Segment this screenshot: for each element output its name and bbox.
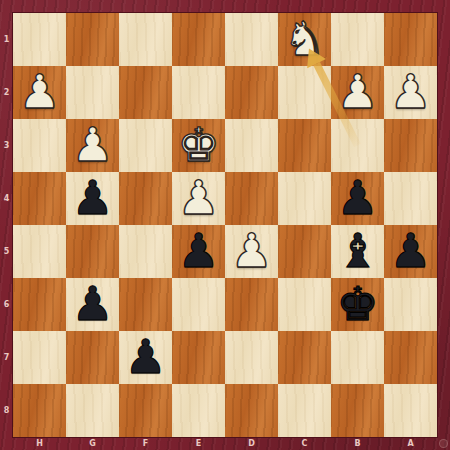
square-c1[interactable]: ♞ [278, 13, 331, 66]
file-label-b: B [331, 437, 384, 450]
square-a3[interactable] [384, 119, 437, 172]
piece-black-pawn-g6[interactable]: ♟ [66, 277, 119, 330]
square-g8[interactable] [66, 384, 119, 437]
square-g4[interactable]: ♟ [66, 172, 119, 225]
piece-black-pawn-f7[interactable]: ♟ [119, 330, 172, 383]
square-b3[interactable] [331, 119, 384, 172]
square-h2[interactable]: ♟ [13, 66, 66, 119]
square-b5[interactable]: ♝ [331, 225, 384, 278]
square-c5[interactable] [278, 225, 331, 278]
piece-white-pawn-e4[interactable]: ♟ [172, 171, 225, 224]
piece-black-pawn-a5[interactable]: ♟ [384, 224, 437, 277]
file-label-c: C [278, 437, 331, 450]
square-e8[interactable] [172, 384, 225, 437]
rank-label-2: 2 [0, 66, 13, 119]
square-h1[interactable] [13, 13, 66, 66]
square-e6[interactable] [172, 278, 225, 331]
chess-board-frame: ♞♟♟♟♟♚♟♟♟♟♟♝♟♟♚♟ 12345678HGFEDCBA [0, 0, 450, 450]
square-b2[interactable]: ♟ [331, 66, 384, 119]
piece-white-pawn-d5[interactable]: ♟ [225, 224, 278, 277]
file-label-d: D [225, 437, 278, 450]
square-g1[interactable] [66, 13, 119, 66]
square-a8[interactable] [384, 384, 437, 437]
square-a5[interactable]: ♟ [384, 225, 437, 278]
square-f8[interactable] [119, 384, 172, 437]
square-e3[interactable]: ♚ [172, 119, 225, 172]
rank-label-5: 5 [0, 225, 13, 278]
file-label-a: A [384, 437, 437, 450]
square-g3[interactable]: ♟ [66, 119, 119, 172]
square-d1[interactable] [225, 13, 278, 66]
square-h4[interactable] [13, 172, 66, 225]
file-label-f: F [119, 437, 172, 450]
square-h8[interactable] [13, 384, 66, 437]
watermark-dot [439, 439, 448, 448]
square-a1[interactable] [384, 13, 437, 66]
piece-black-king-b6[interactable]: ♚ [331, 277, 384, 330]
piece-black-pawn-g4[interactable]: ♟ [66, 171, 119, 224]
square-a6[interactable] [384, 278, 437, 331]
rank-label-4: 4 [0, 172, 13, 225]
square-a7[interactable] [384, 331, 437, 384]
file-label-g: G [66, 437, 119, 450]
square-e4[interactable]: ♟ [172, 172, 225, 225]
rank-label-7: 7 [0, 331, 13, 384]
square-e7[interactable] [172, 331, 225, 384]
square-d5[interactable]: ♟ [225, 225, 278, 278]
piece-white-pawn-g3[interactable]: ♟ [66, 118, 119, 171]
square-d8[interactable] [225, 384, 278, 437]
square-c3[interactable] [278, 119, 331, 172]
square-d6[interactable] [225, 278, 278, 331]
square-d2[interactable] [225, 66, 278, 119]
square-c6[interactable] [278, 278, 331, 331]
file-label-e: E [172, 437, 225, 450]
square-f6[interactable] [119, 278, 172, 331]
rank-label-6: 6 [0, 278, 13, 331]
square-b4[interactable]: ♟ [331, 172, 384, 225]
square-f5[interactable] [119, 225, 172, 278]
piece-black-bishop-b5[interactable]: ♝ [331, 224, 384, 277]
square-b6[interactable]: ♚ [331, 278, 384, 331]
square-f4[interactable] [119, 172, 172, 225]
square-a2[interactable]: ♟ [384, 66, 437, 119]
square-g5[interactable] [66, 225, 119, 278]
square-f2[interactable] [119, 66, 172, 119]
chess-board: ♞♟♟♟♟♚♟♟♟♟♟♝♟♟♚♟ [13, 13, 437, 437]
square-e1[interactable] [172, 13, 225, 66]
piece-black-pawn-b4[interactable]: ♟ [331, 171, 384, 224]
square-d4[interactable] [225, 172, 278, 225]
square-g6[interactable]: ♟ [66, 278, 119, 331]
file-label-h: H [13, 437, 66, 450]
square-b8[interactable] [331, 384, 384, 437]
square-c8[interactable] [278, 384, 331, 437]
square-e2[interactable] [172, 66, 225, 119]
square-a4[interactable] [384, 172, 437, 225]
square-c7[interactable] [278, 331, 331, 384]
square-f1[interactable] [119, 13, 172, 66]
rank-label-8: 8 [0, 384, 13, 437]
rank-label-1: 1 [0, 13, 13, 66]
piece-white-pawn-b2[interactable]: ♟ [331, 65, 384, 118]
square-h7[interactable] [13, 331, 66, 384]
square-b1[interactable] [331, 13, 384, 66]
square-e5[interactable]: ♟ [172, 225, 225, 278]
square-c2[interactable] [278, 66, 331, 119]
square-h3[interactable] [13, 119, 66, 172]
piece-white-knight-c1[interactable]: ♞ [278, 12, 331, 65]
square-h6[interactable] [13, 278, 66, 331]
square-f3[interactable] [119, 119, 172, 172]
piece-white-pawn-h2[interactable]: ♟ [13, 65, 66, 118]
piece-white-king-e3[interactable]: ♚ [172, 118, 225, 171]
piece-white-pawn-a2[interactable]: ♟ [384, 65, 437, 118]
square-f7[interactable]: ♟ [119, 331, 172, 384]
square-h5[interactable] [13, 225, 66, 278]
square-g2[interactable] [66, 66, 119, 119]
piece-black-pawn-e5[interactable]: ♟ [172, 224, 225, 277]
square-c4[interactable] [278, 172, 331, 225]
square-g7[interactable] [66, 331, 119, 384]
square-d7[interactable] [225, 331, 278, 384]
square-d3[interactable] [225, 119, 278, 172]
rank-label-3: 3 [0, 119, 13, 172]
square-b7[interactable] [331, 331, 384, 384]
